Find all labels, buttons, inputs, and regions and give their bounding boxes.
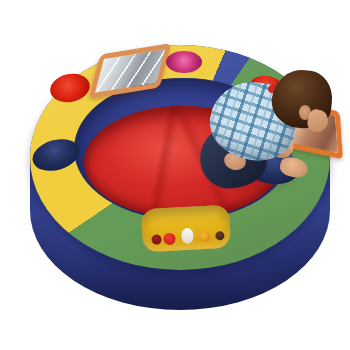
product-photo	[0, 0, 350, 350]
toy-ball-brown	[215, 231, 224, 240]
pink-flower-texture	[166, 51, 202, 73]
toy-ball-orange	[199, 231, 211, 243]
toy-ball-red	[163, 233, 176, 246]
toy-stack-white	[181, 228, 194, 245]
toy-ball-darkred	[151, 234, 162, 245]
toy-tray	[141, 205, 231, 253]
